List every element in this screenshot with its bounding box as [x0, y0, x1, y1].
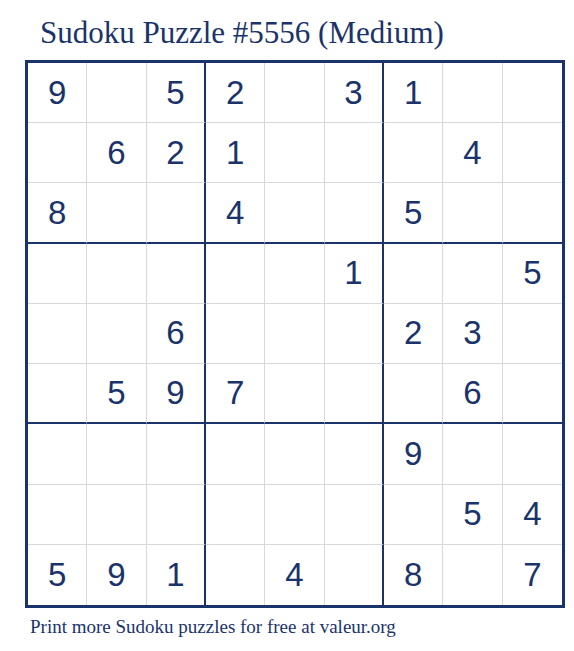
cell-r3c1: 8	[28, 183, 87, 243]
cell-r9c4	[206, 545, 265, 605]
cell-r4c3	[147, 244, 206, 304]
cell-r5c1	[28, 304, 87, 364]
cell-r4c7	[384, 244, 443, 304]
cell-r7c9	[503, 424, 562, 484]
page-title: Sudoku Puzzle #5556 (Medium)	[40, 14, 444, 51]
cell-r3c9	[503, 183, 562, 243]
cell-r1c6: 3	[325, 63, 384, 123]
cell-r2c1	[28, 123, 87, 183]
cell-r2c7	[384, 123, 443, 183]
cell-r1c7: 1	[384, 63, 443, 123]
cell-r6c2: 5	[87, 364, 146, 424]
cell-r3c2	[87, 183, 146, 243]
cell-r2c6	[325, 123, 384, 183]
cell-r6c1	[28, 364, 87, 424]
cell-r9c6	[325, 545, 384, 605]
cell-r4c9: 5	[503, 244, 562, 304]
cell-r2c8: 4	[443, 123, 502, 183]
cell-r4c6: 1	[325, 244, 384, 304]
cell-r5c8: 3	[443, 304, 502, 364]
cell-r8c3	[147, 485, 206, 545]
cell-r2c3: 2	[147, 123, 206, 183]
cell-r5c5	[265, 304, 324, 364]
cell-r5c2	[87, 304, 146, 364]
cell-r6c5	[265, 364, 324, 424]
cell-r5c7: 2	[384, 304, 443, 364]
cell-r4c5	[265, 244, 324, 304]
cell-r6c8: 6	[443, 364, 502, 424]
cell-r4c2	[87, 244, 146, 304]
cell-r1c9	[503, 63, 562, 123]
cell-r8c1	[28, 485, 87, 545]
cell-r3c5	[265, 183, 324, 243]
cell-r2c5	[265, 123, 324, 183]
cell-r1c1: 9	[28, 63, 87, 123]
cell-r3c7: 5	[384, 183, 443, 243]
cell-r3c4: 4	[206, 183, 265, 243]
cell-r2c9	[503, 123, 562, 183]
cell-r1c3: 5	[147, 63, 206, 123]
cell-r9c1: 5	[28, 545, 87, 605]
cell-r9c2: 9	[87, 545, 146, 605]
cell-r4c8	[443, 244, 502, 304]
cell-r8c6	[325, 485, 384, 545]
cell-r5c3: 6	[147, 304, 206, 364]
cell-r8c4	[206, 485, 265, 545]
cell-r6c6	[325, 364, 384, 424]
cell-r8c8: 5	[443, 485, 502, 545]
cell-r3c6	[325, 183, 384, 243]
footer-text: Print more Sudoku puzzles for free at va…	[30, 616, 396, 638]
cell-r4c4	[206, 244, 265, 304]
cell-r6c3: 9	[147, 364, 206, 424]
cell-r9c3: 1	[147, 545, 206, 605]
cell-r2c2: 6	[87, 123, 146, 183]
cell-r9c8	[443, 545, 502, 605]
cell-r1c2	[87, 63, 146, 123]
cell-r1c5	[265, 63, 324, 123]
cell-r5c4	[206, 304, 265, 364]
cell-r4c1	[28, 244, 87, 304]
cell-r1c8	[443, 63, 502, 123]
cell-r7c1	[28, 424, 87, 484]
cell-r7c4	[206, 424, 265, 484]
cell-r7c5	[265, 424, 324, 484]
cell-r2c4: 1	[206, 123, 265, 183]
cell-r8c7	[384, 485, 443, 545]
cell-r3c8	[443, 183, 502, 243]
cell-r5c9	[503, 304, 562, 364]
cell-r6c4: 7	[206, 364, 265, 424]
cell-r7c6	[325, 424, 384, 484]
cell-r7c8	[443, 424, 502, 484]
cell-r7c3	[147, 424, 206, 484]
cell-r9c9: 7	[503, 545, 562, 605]
cell-r7c7: 9	[384, 424, 443, 484]
cell-r7c2	[87, 424, 146, 484]
sudoku-grid: 952316214845156235976954591487	[25, 60, 565, 608]
cell-r8c5	[265, 485, 324, 545]
cell-r3c3	[147, 183, 206, 243]
cell-r5c6	[325, 304, 384, 364]
cell-r9c5: 4	[265, 545, 324, 605]
cell-r8c2	[87, 485, 146, 545]
cell-r9c7: 8	[384, 545, 443, 605]
cell-r8c9: 4	[503, 485, 562, 545]
cell-r6c9	[503, 364, 562, 424]
cell-r6c7	[384, 364, 443, 424]
cell-r1c4: 2	[206, 63, 265, 123]
